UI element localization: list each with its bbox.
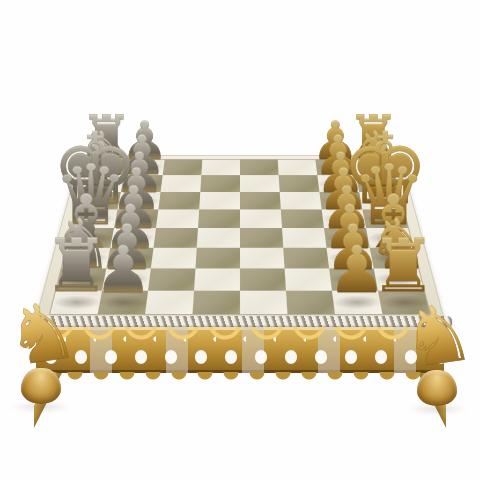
square-f8[interactable] — [359, 192, 403, 210]
square-h6[interactable] — [278, 160, 318, 176]
square-b6[interactable] — [285, 268, 332, 290]
horse-leg-base — [417, 370, 457, 406]
square-c2[interactable] — [106, 248, 153, 269]
square-b5[interactable] — [240, 268, 286, 290]
square-b7[interactable] — [329, 268, 378, 290]
square-d7[interactable] — [324, 228, 370, 248]
horse-figure-icon: ♞ — [397, 291, 479, 380]
square-g5[interactable] — [240, 175, 280, 192]
square-d4[interactable] — [197, 228, 240, 248]
square-c4[interactable] — [195, 248, 240, 269]
horse-figure-icon: ♞ — [1, 289, 83, 378]
square-d8[interactable] — [366, 228, 413, 248]
square-b4[interactable] — [194, 268, 240, 290]
square-c1[interactable] — [62, 248, 111, 269]
square-e3[interactable] — [156, 209, 199, 228]
floor-shadow — [10, 402, 72, 412]
square-d2[interactable] — [110, 228, 156, 248]
square-f7[interactable] — [319, 192, 362, 210]
square-h8[interactable] — [353, 160, 395, 176]
square-a4[interactable] — [193, 291, 240, 315]
horse-leg-front-right: ♞ — [402, 296, 474, 414]
square-e2[interactable] — [114, 209, 158, 228]
square-f3[interactable] — [158, 192, 200, 210]
square-c8[interactable] — [370, 248, 419, 269]
square-a3[interactable] — [145, 291, 194, 315]
square-d6[interactable] — [282, 228, 326, 248]
square-f5[interactable] — [240, 192, 281, 210]
square-h1[interactable] — [85, 160, 127, 176]
square-a5[interactable] — [240, 291, 287, 315]
floor-shadow — [406, 404, 468, 414]
square-d1[interactable] — [67, 228, 114, 248]
product-photo-stage: ♜♟♟♜♞♟♟♞♝♟♟♝♚♟♟♚♛♟♟♛♝♟♟♝♞♟♟♞♜♟♟♜ ♞ ♞ — [0, 0, 480, 480]
square-e7[interactable] — [322, 209, 366, 228]
square-c7[interactable] — [326, 248, 373, 269]
square-h5[interactable] — [240, 160, 279, 176]
square-g4[interactable] — [200, 175, 240, 192]
square-h3[interactable] — [163, 160, 203, 176]
horse-leg-front-left: ♞ — [6, 294, 78, 412]
square-b3[interactable] — [148, 268, 195, 290]
square-h7[interactable] — [315, 160, 356, 176]
square-a7[interactable] — [332, 291, 382, 315]
square-e4[interactable] — [198, 209, 240, 228]
square-h4[interactable] — [201, 160, 240, 176]
square-e8[interactable] — [362, 209, 408, 228]
chess-board — [35, 155, 446, 321]
square-f6[interactable] — [280, 192, 322, 210]
apron-scallop-drops — [36, 372, 444, 387]
horse-leg-base — [21, 368, 61, 404]
square-c5[interactable] — [240, 248, 285, 269]
square-c6[interactable] — [283, 248, 329, 269]
square-d3[interactable] — [154, 228, 198, 248]
square-e6[interactable] — [281, 209, 324, 228]
square-e1[interactable] — [72, 209, 118, 228]
square-a2[interactable] — [98, 291, 148, 315]
square-g6[interactable] — [279, 175, 320, 192]
square-g1[interactable] — [81, 175, 124, 192]
square-f4[interactable] — [199, 192, 240, 210]
square-e5[interactable] — [240, 209, 282, 228]
square-b8[interactable] — [374, 268, 424, 290]
square-h2[interactable] — [124, 160, 165, 176]
square-g7[interactable] — [317, 175, 359, 192]
board-grid — [50, 160, 430, 315]
base-apron-front — [36, 327, 444, 373]
apron-garland-swags — [36, 327, 444, 373]
square-g8[interactable] — [356, 175, 399, 192]
square-b2[interactable] — [102, 268, 151, 290]
square-f1[interactable] — [77, 192, 121, 210]
square-f2[interactable] — [118, 192, 161, 210]
square-c3[interactable] — [151, 248, 197, 269]
square-d5[interactable] — [240, 228, 283, 248]
square-g2[interactable] — [121, 175, 163, 192]
square-g3[interactable] — [161, 175, 202, 192]
square-a6[interactable] — [286, 291, 335, 315]
